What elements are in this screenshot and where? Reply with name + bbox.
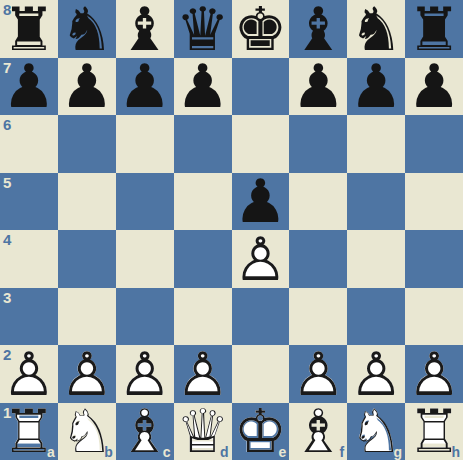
square-a8[interactable]: 8♜︎ bbox=[0, 0, 58, 58]
rank-label-5: 5 bbox=[3, 175, 11, 190]
square-e7[interactable] bbox=[232, 58, 290, 116]
piece-white-pawn[interactable]: ♟︎♙︎ bbox=[116, 345, 174, 403]
rank-label-4: 4 bbox=[3, 232, 11, 247]
piece-glyph: ♟︎ bbox=[289, 58, 347, 116]
piece-white-pawn[interactable]: ♟︎♙︎ bbox=[347, 345, 405, 403]
piece-black-pawn[interactable]: ♟︎ bbox=[232, 173, 290, 231]
square-b7[interactable]: ♟︎ bbox=[58, 58, 116, 116]
piece-outline: ♙︎ bbox=[116, 345, 174, 403]
piece-white-rook[interactable]: ♜︎♖︎ bbox=[405, 403, 463, 460]
piece-black-pawn[interactable]: ♟︎ bbox=[289, 58, 347, 116]
piece-white-pawn[interactable]: ♟︎♙︎ bbox=[405, 345, 463, 403]
piece-glyph: ♟︎ bbox=[116, 58, 174, 116]
square-b3[interactable] bbox=[58, 288, 116, 346]
piece-outline: ♙︎ bbox=[0, 345, 58, 403]
piece-glyph: ♝︎ bbox=[289, 0, 347, 58]
square-d3[interactable] bbox=[174, 288, 232, 346]
square-a4[interactable]: 4 bbox=[0, 230, 58, 288]
square-g4[interactable] bbox=[347, 230, 405, 288]
square-e5[interactable]: ♟︎ bbox=[232, 173, 290, 231]
piece-black-queen[interactable]: ♛︎ bbox=[174, 0, 232, 58]
square-f2[interactable]: ♟︎♙︎ bbox=[289, 345, 347, 403]
piece-outline: ♙︎ bbox=[58, 345, 116, 403]
piece-glyph: ♟︎ bbox=[174, 58, 232, 116]
square-g2[interactable]: ♟︎♙︎ bbox=[347, 345, 405, 403]
square-c8[interactable]: ♝︎ bbox=[116, 0, 174, 58]
piece-white-rook[interactable]: ♜︎♖︎ bbox=[0, 403, 58, 460]
square-f6[interactable] bbox=[289, 115, 347, 173]
rank-label-6: 6 bbox=[3, 117, 11, 132]
square-h4[interactable] bbox=[405, 230, 463, 288]
piece-white-bishop[interactable]: ♝︎♗︎ bbox=[116, 403, 174, 460]
square-c3[interactable] bbox=[116, 288, 174, 346]
square-e2[interactable] bbox=[232, 345, 290, 403]
square-b5[interactable] bbox=[58, 173, 116, 231]
piece-outline: ♖︎ bbox=[405, 403, 463, 460]
square-e4[interactable]: ♟︎♙︎ bbox=[232, 230, 290, 288]
piece-outline: ♗︎ bbox=[289, 403, 347, 460]
piece-glyph: ♟︎ bbox=[347, 58, 405, 116]
piece-white-pawn[interactable]: ♟︎♙︎ bbox=[58, 345, 116, 403]
piece-white-queen[interactable]: ♛︎♕︎ bbox=[174, 403, 232, 460]
piece-black-pawn[interactable]: ♟︎ bbox=[405, 58, 463, 116]
square-f3[interactable] bbox=[289, 288, 347, 346]
chess-board: 8♜︎♞︎♝︎♛︎♚︎♝︎♞︎♜︎7♟︎♟︎♟︎♟︎♟︎♟︎♟︎65♟︎4♟︎♙… bbox=[0, 0, 463, 460]
piece-black-king[interactable]: ♚︎ bbox=[232, 0, 290, 58]
piece-glyph: ♛︎ bbox=[174, 0, 232, 58]
piece-glyph: ♞︎ bbox=[347, 0, 405, 58]
square-c2[interactable]: ♟︎♙︎ bbox=[116, 345, 174, 403]
piece-glyph: ♚︎ bbox=[232, 0, 290, 58]
square-d2[interactable]: ♟︎♙︎ bbox=[174, 345, 232, 403]
piece-outline: ♙︎ bbox=[289, 345, 347, 403]
piece-black-pawn[interactable]: ♟︎ bbox=[0, 58, 58, 116]
square-f5[interactable] bbox=[289, 173, 347, 231]
piece-white-pawn[interactable]: ♟︎♙︎ bbox=[174, 345, 232, 403]
square-b4[interactable] bbox=[58, 230, 116, 288]
square-g5[interactable] bbox=[347, 173, 405, 231]
square-e8[interactable]: ♚︎ bbox=[232, 0, 290, 58]
square-a6[interactable]: 6 bbox=[0, 115, 58, 173]
piece-white-pawn[interactable]: ♟︎♙︎ bbox=[232, 230, 290, 288]
piece-black-knight[interactable]: ♞︎ bbox=[58, 0, 116, 58]
square-h3[interactable] bbox=[405, 288, 463, 346]
square-h8[interactable]: ♜︎ bbox=[405, 0, 463, 58]
square-h6[interactable] bbox=[405, 115, 463, 173]
piece-outline: ♙︎ bbox=[347, 345, 405, 403]
square-a3[interactable]: 3 bbox=[0, 288, 58, 346]
square-h7[interactable]: ♟︎ bbox=[405, 58, 463, 116]
square-d7[interactable]: ♟︎ bbox=[174, 58, 232, 116]
piece-outline: ♘︎ bbox=[58, 403, 116, 460]
square-c4[interactable] bbox=[116, 230, 174, 288]
piece-outline: ♘︎ bbox=[347, 403, 405, 460]
square-g1[interactable]: g♞︎♘︎ bbox=[347, 403, 405, 460]
square-d8[interactable]: ♛︎ bbox=[174, 0, 232, 58]
piece-outline: ♙︎ bbox=[405, 345, 463, 403]
square-g6[interactable] bbox=[347, 115, 405, 173]
piece-glyph: ♞︎ bbox=[58, 0, 116, 58]
piece-white-knight[interactable]: ♞︎♘︎ bbox=[58, 403, 116, 460]
square-d1[interactable]: d♛︎♕︎ bbox=[174, 403, 232, 460]
rank-label-3: 3 bbox=[3, 290, 11, 305]
square-b8[interactable]: ♞︎ bbox=[58, 0, 116, 58]
piece-white-pawn[interactable]: ♟︎♙︎ bbox=[289, 345, 347, 403]
square-h1[interactable]: h♜︎♖︎ bbox=[405, 403, 463, 460]
square-f8[interactable]: ♝︎ bbox=[289, 0, 347, 58]
piece-outline: ♙︎ bbox=[174, 345, 232, 403]
piece-white-king[interactable]: ♚︎♔︎ bbox=[232, 403, 290, 460]
piece-glyph: ♟︎ bbox=[0, 58, 58, 116]
square-a5[interactable]: 5 bbox=[0, 173, 58, 231]
piece-black-bishop[interactable]: ♝︎ bbox=[116, 0, 174, 58]
square-e6[interactable] bbox=[232, 115, 290, 173]
square-c7[interactable]: ♟︎ bbox=[116, 58, 174, 116]
square-a1[interactable]: 1a♜︎♖︎ bbox=[0, 403, 58, 460]
square-e3[interactable] bbox=[232, 288, 290, 346]
piece-glyph: ♝︎ bbox=[116, 0, 174, 58]
piece-outline: ♕︎ bbox=[174, 403, 232, 460]
square-f7[interactable]: ♟︎ bbox=[289, 58, 347, 116]
square-b6[interactable] bbox=[58, 115, 116, 173]
square-d6[interactable] bbox=[174, 115, 232, 173]
piece-glyph: ♟︎ bbox=[58, 58, 116, 116]
piece-outline: ♖︎ bbox=[0, 403, 58, 460]
piece-glyph: ♟︎ bbox=[232, 173, 290, 231]
piece-white-knight[interactable]: ♞︎♘︎ bbox=[347, 403, 405, 460]
square-e1[interactable]: e♚︎♔︎ bbox=[232, 403, 290, 460]
piece-outline: ♔︎ bbox=[232, 403, 290, 460]
piece-black-rook[interactable]: ♜︎ bbox=[405, 0, 463, 58]
square-h5[interactable] bbox=[405, 173, 463, 231]
square-g7[interactable]: ♟︎ bbox=[347, 58, 405, 116]
piece-glyph: ♜︎ bbox=[405, 0, 463, 58]
square-h2[interactable]: ♟︎♙︎ bbox=[405, 345, 463, 403]
square-g3[interactable] bbox=[347, 288, 405, 346]
square-d5[interactable] bbox=[174, 173, 232, 231]
square-a2[interactable]: 2♟︎♙︎ bbox=[0, 345, 58, 403]
square-d4[interactable] bbox=[174, 230, 232, 288]
piece-white-bishop[interactable]: ♝︎♗︎ bbox=[289, 403, 347, 460]
square-b2[interactable]: ♟︎♙︎ bbox=[58, 345, 116, 403]
piece-glyph: ♜︎ bbox=[0, 0, 58, 58]
square-b1[interactable]: b♞︎♘︎ bbox=[58, 403, 116, 460]
square-c6[interactable] bbox=[116, 115, 174, 173]
piece-black-rook[interactable]: ♜︎ bbox=[0, 0, 58, 58]
square-f4[interactable] bbox=[289, 230, 347, 288]
square-a7[interactable]: 7♟︎ bbox=[0, 58, 58, 116]
piece-black-pawn[interactable]: ♟︎ bbox=[347, 58, 405, 116]
square-g8[interactable]: ♞︎ bbox=[347, 0, 405, 58]
square-f1[interactable]: f♝︎♗︎ bbox=[289, 403, 347, 460]
piece-black-pawn[interactable]: ♟︎ bbox=[174, 58, 232, 116]
piece-white-pawn[interactable]: ♟︎♙︎ bbox=[0, 345, 58, 403]
piece-black-knight[interactable]: ♞︎ bbox=[347, 0, 405, 58]
square-c1[interactable]: c♝︎♗︎ bbox=[116, 403, 174, 460]
square-c5[interactable] bbox=[116, 173, 174, 231]
piece-outline: ♙︎ bbox=[232, 230, 290, 288]
piece-glyph: ♟︎ bbox=[405, 58, 463, 116]
piece-outline: ♗︎ bbox=[116, 403, 174, 460]
piece-black-pawn[interactable]: ♟︎ bbox=[116, 58, 174, 116]
piece-black-pawn[interactable]: ♟︎ bbox=[58, 58, 116, 116]
piece-black-bishop[interactable]: ♝︎ bbox=[289, 0, 347, 58]
